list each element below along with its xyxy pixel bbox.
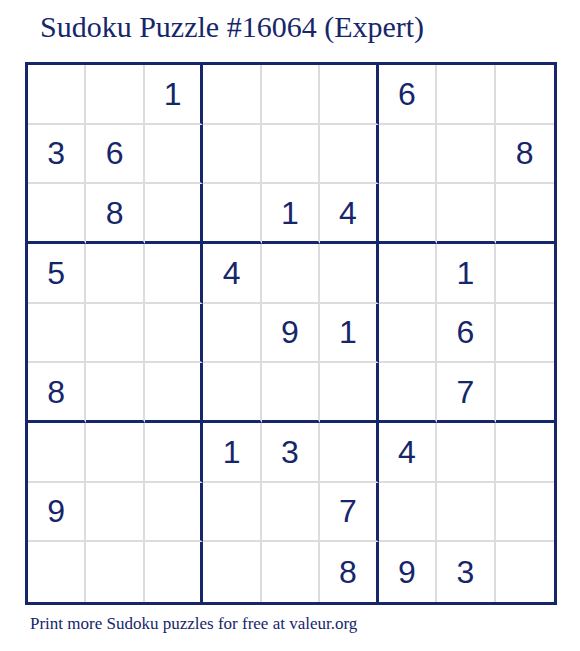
- cell-r7c4[interactable]: 1: [203, 423, 261, 483]
- cell-r2c6[interactable]: [320, 125, 378, 185]
- cell-r2c7[interactable]: [379, 125, 437, 185]
- cell-r2c9[interactable]: 8: [496, 125, 554, 185]
- cell-r1c4[interactable]: [203, 65, 261, 125]
- cell-r9c7[interactable]: 9: [379, 542, 437, 602]
- cell-r8c3[interactable]: [145, 483, 203, 543]
- cell-r5c2[interactable]: [86, 304, 144, 364]
- cell-r6c9[interactable]: [496, 363, 554, 423]
- cell-r7c9[interactable]: [496, 423, 554, 483]
- cell-r3c5[interactable]: 1: [262, 184, 320, 244]
- cell-r7c6[interactable]: [320, 423, 378, 483]
- cell-r5c3[interactable]: [145, 304, 203, 364]
- cell-r1c3[interactable]: 1: [145, 65, 203, 125]
- cell-r4c5[interactable]: [262, 244, 320, 304]
- cell-r8c1[interactable]: 9: [28, 483, 86, 543]
- cell-r1c9[interactable]: [496, 65, 554, 125]
- cell-r2c1[interactable]: 3: [28, 125, 86, 185]
- cell-r3c2[interactable]: 8: [86, 184, 144, 244]
- cell-r3c1[interactable]: [28, 184, 86, 244]
- cell-r9c5[interactable]: [262, 542, 320, 602]
- cell-r8c2[interactable]: [86, 483, 144, 543]
- cell-r5c1[interactable]: [28, 304, 86, 364]
- cell-r9c8[interactable]: 3: [437, 542, 495, 602]
- cell-r5c6[interactable]: 1: [320, 304, 378, 364]
- cell-r6c4[interactable]: [203, 363, 261, 423]
- cell-r8c8[interactable]: [437, 483, 495, 543]
- cell-r1c2[interactable]: [86, 65, 144, 125]
- cell-r7c3[interactable]: [145, 423, 203, 483]
- cell-r6c2[interactable]: [86, 363, 144, 423]
- cell-r1c6[interactable]: [320, 65, 378, 125]
- cell-r4c7[interactable]: [379, 244, 437, 304]
- cell-r9c1[interactable]: [28, 542, 86, 602]
- cell-r6c1[interactable]: 8: [28, 363, 86, 423]
- page-title: Sudoku Puzzle #16064 (Expert): [40, 10, 424, 44]
- cell-r8c5[interactable]: [262, 483, 320, 543]
- cell-r1c5[interactable]: [262, 65, 320, 125]
- cell-r8c4[interactable]: [203, 483, 261, 543]
- cell-r9c2[interactable]: [86, 542, 144, 602]
- cell-r9c3[interactable]: [145, 542, 203, 602]
- cell-r3c9[interactable]: [496, 184, 554, 244]
- cell-r6c3[interactable]: [145, 363, 203, 423]
- cell-r7c7[interactable]: 4: [379, 423, 437, 483]
- cell-r2c4[interactable]: [203, 125, 261, 185]
- footer-text: Print more Sudoku puzzles for free at va…: [30, 614, 357, 634]
- cell-r2c2[interactable]: 6: [86, 125, 144, 185]
- cell-r9c6[interactable]: 8: [320, 542, 378, 602]
- cell-r8c6[interactable]: 7: [320, 483, 378, 543]
- cell-r5c4[interactable]: [203, 304, 261, 364]
- cell-r5c7[interactable]: [379, 304, 437, 364]
- cell-r2c3[interactable]: [145, 125, 203, 185]
- cell-r5c5[interactable]: 9: [262, 304, 320, 364]
- cell-r1c8[interactable]: [437, 65, 495, 125]
- cell-r8c9[interactable]: [496, 483, 554, 543]
- cell-r4c3[interactable]: [145, 244, 203, 304]
- cell-r4c9[interactable]: [496, 244, 554, 304]
- cell-r4c6[interactable]: [320, 244, 378, 304]
- cell-r6c6[interactable]: [320, 363, 378, 423]
- cell-r7c1[interactable]: [28, 423, 86, 483]
- cell-r9c9[interactable]: [496, 542, 554, 602]
- cell-r1c1[interactable]: [28, 65, 86, 125]
- cell-r7c2[interactable]: [86, 423, 144, 483]
- cell-r5c9[interactable]: [496, 304, 554, 364]
- cell-r5c8[interactable]: 6: [437, 304, 495, 364]
- cell-r6c5[interactable]: [262, 363, 320, 423]
- cell-r9c4[interactable]: [203, 542, 261, 602]
- cell-r3c4[interactable]: [203, 184, 261, 244]
- cell-r2c5[interactable]: [262, 125, 320, 185]
- cell-r4c2[interactable]: [86, 244, 144, 304]
- cell-r4c8[interactable]: 1: [437, 244, 495, 304]
- cell-r3c3[interactable]: [145, 184, 203, 244]
- cell-r3c8[interactable]: [437, 184, 495, 244]
- cell-r6c7[interactable]: [379, 363, 437, 423]
- cell-r2c8[interactable]: [437, 125, 495, 185]
- cell-r6c8[interactable]: 7: [437, 363, 495, 423]
- cell-r3c6[interactable]: 4: [320, 184, 378, 244]
- cell-r8c7[interactable]: [379, 483, 437, 543]
- cell-r7c5[interactable]: 3: [262, 423, 320, 483]
- cell-r3c7[interactable]: [379, 184, 437, 244]
- cell-r1c7[interactable]: 6: [379, 65, 437, 125]
- cell-r4c1[interactable]: 5: [28, 244, 86, 304]
- sudoku-page: Sudoku Puzzle #16064 (Expert) 1636881454…: [0, 0, 580, 651]
- cell-r7c8[interactable]: [437, 423, 495, 483]
- cell-r4c4[interactable]: 4: [203, 244, 261, 304]
- sudoku-board: 163688145419168713497893: [25, 62, 557, 605]
